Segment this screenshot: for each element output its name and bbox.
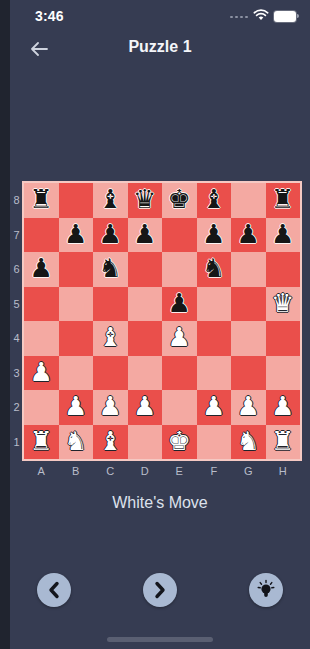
square-h1[interactable]: ♜: [266, 425, 301, 460]
white-pawn: ♟: [168, 324, 191, 350]
square-h2[interactable]: ♟: [266, 390, 301, 425]
square-a2[interactable]: [24, 390, 59, 425]
square-d5[interactable]: [128, 287, 163, 322]
file-label-h: H: [266, 465, 301, 477]
chess-board: ♜♝♛♚♝♜♟♟♟♟♟♟♟♞♞♟♛♝♟♟♟♟♟♟♟♟♜♞♝♚♞♜: [22, 181, 302, 461]
board-area: 87654321 ♜♝♛♚♝♜♟♟♟♟♟♟♟♞♞♟♛♝♟♟♟♟♟♟♟♟♜♞♝♚♞…: [10, 181, 310, 477]
square-d8[interactable]: ♛: [128, 183, 163, 218]
square-f4[interactable]: [197, 321, 232, 356]
file-label-d: D: [128, 465, 163, 477]
file-label-e: E: [162, 465, 197, 477]
square-a3[interactable]: ♟: [24, 356, 59, 391]
square-f7[interactable]: ♟: [197, 218, 232, 253]
white-king: ♚: [168, 428, 191, 454]
rank-label-7: 7: [10, 218, 23, 253]
square-e3[interactable]: [162, 356, 197, 391]
square-b3[interactable]: [59, 356, 94, 391]
square-h3[interactable]: [266, 356, 301, 391]
square-d3[interactable]: [128, 356, 163, 391]
battery-icon: [274, 11, 296, 22]
white-bishop: ♝: [99, 324, 122, 350]
file-label-g: G: [231, 465, 266, 477]
square-e5[interactable]: ♟: [162, 287, 197, 322]
square-b5[interactable]: [59, 287, 94, 322]
page-title: Puzzle 1: [10, 38, 310, 56]
previous-move-button[interactable]: [37, 573, 71, 607]
square-h8[interactable]: ♜: [266, 183, 301, 218]
white-pawn: ♟: [30, 359, 53, 385]
square-f5[interactable]: [197, 287, 232, 322]
black-pawn: ♟: [30, 255, 53, 281]
black-pawn: ♟: [133, 221, 156, 247]
black-pawn: ♟: [237, 221, 260, 247]
square-e6[interactable]: [162, 252, 197, 287]
black-knight: ♞: [202, 255, 225, 281]
black-rook: ♜: [30, 186, 53, 212]
white-pawn: ♟: [271, 393, 294, 419]
white-pawn: ♟: [99, 393, 122, 419]
black-pawn: ♟: [202, 221, 225, 247]
black-pawn: ♟: [64, 221, 87, 247]
wifi-icon: [253, 7, 269, 25]
square-a1[interactable]: ♜: [24, 425, 59, 460]
square-f1[interactable]: [197, 425, 232, 460]
rank-label-3: 3: [10, 356, 23, 391]
black-rook: ♜: [271, 186, 294, 212]
square-c6[interactable]: ♞: [93, 252, 128, 287]
square-c7[interactable]: ♟: [93, 218, 128, 253]
square-h5[interactable]: ♛: [266, 287, 301, 322]
white-rook: ♜: [271, 428, 294, 454]
square-a7[interactable]: [24, 218, 59, 253]
square-g2[interactable]: ♟: [231, 390, 266, 425]
square-h4[interactable]: [266, 321, 301, 356]
square-b4[interactable]: [59, 321, 94, 356]
square-c4[interactable]: ♝: [93, 321, 128, 356]
square-b2[interactable]: ♟: [59, 390, 94, 425]
file-label-f: F: [197, 465, 232, 477]
square-f8[interactable]: ♝: [197, 183, 232, 218]
square-g6[interactable]: [231, 252, 266, 287]
chevron-left-icon: [46, 581, 62, 599]
black-pawn: ♟: [271, 221, 294, 247]
hint-button[interactable]: [249, 573, 283, 607]
rank-label-1: 1: [10, 425, 23, 460]
square-h6[interactable]: [266, 252, 301, 287]
rank-label-6: 6: [10, 252, 23, 287]
square-g4[interactable]: [231, 321, 266, 356]
square-b8[interactable]: [59, 183, 94, 218]
status-bar: 3:46: [10, 0, 310, 32]
black-queen: ♛: [133, 186, 156, 212]
square-a6[interactable]: ♟: [24, 252, 59, 287]
white-rook: ♜: [30, 428, 53, 454]
square-h7[interactable]: ♟: [266, 218, 301, 253]
square-c5[interactable]: [93, 287, 128, 322]
black-pawn: ♟: [99, 221, 122, 247]
square-e8[interactable]: ♚: [162, 183, 197, 218]
rank-label-8: 8: [10, 183, 23, 218]
rank-label-4: 4: [10, 321, 23, 356]
square-c8[interactable]: ♝: [93, 183, 128, 218]
file-label-a: A: [24, 465, 59, 477]
square-g8[interactable]: [231, 183, 266, 218]
home-indicator[interactable]: [107, 637, 213, 642]
square-e2[interactable]: [162, 390, 197, 425]
chevron-right-icon: [152, 581, 168, 599]
square-c2[interactable]: ♟: [93, 390, 128, 425]
white-knight: ♞: [237, 428, 260, 454]
square-f6[interactable]: ♞: [197, 252, 232, 287]
square-a8[interactable]: ♜: [24, 183, 59, 218]
move-status-text: White's Move: [10, 494, 310, 512]
clock-time: 3:46: [35, 8, 64, 24]
square-f3[interactable]: [197, 356, 232, 391]
square-c1[interactable]: ♝: [93, 425, 128, 460]
header: Puzzle 1: [10, 36, 310, 62]
white-pawn: ♟: [237, 393, 260, 419]
app-screen: 3:46 Puzzle 1 87654321 ♜♝♛♚♝♜♟♟♟♟♟♟♟♞♞♟♛…: [10, 0, 310, 649]
square-b7[interactable]: ♟: [59, 218, 94, 253]
square-e1[interactable]: ♚: [162, 425, 197, 460]
square-d7[interactable]: ♟: [128, 218, 163, 253]
white-bishop: ♝: [99, 428, 122, 454]
white-knight: ♞: [64, 428, 87, 454]
white-pawn: ♟: [202, 393, 225, 419]
square-g3[interactable]: [231, 356, 266, 391]
white-queen: ♛: [271, 290, 294, 316]
black-bishop: ♝: [202, 186, 225, 212]
square-d1[interactable]: [128, 425, 163, 460]
square-d2[interactable]: ♟: [128, 390, 163, 425]
white-pawn: ♟: [133, 393, 156, 419]
square-b6[interactable]: [59, 252, 94, 287]
square-c3[interactable]: [93, 356, 128, 391]
rank-label-5: 5: [10, 287, 23, 322]
square-g7[interactable]: ♟: [231, 218, 266, 253]
square-g1[interactable]: ♞: [231, 425, 266, 460]
square-a5[interactable]: [24, 287, 59, 322]
black-king: ♚: [168, 186, 191, 212]
file-label-b: B: [59, 465, 94, 477]
file-labels: ABCDEFGH: [24, 461, 300, 477]
square-e7[interactable]: [162, 218, 197, 253]
square-g5[interactable]: [231, 287, 266, 322]
black-bishop: ♝: [99, 186, 122, 212]
controls-bar: [10, 573, 310, 607]
rank-label-2: 2: [10, 390, 23, 425]
white-pawn: ♟: [64, 393, 87, 419]
next-move-button[interactable]: [143, 573, 177, 607]
square-d6[interactable]: [128, 252, 163, 287]
square-b1[interactable]: ♞: [59, 425, 94, 460]
file-label-c: C: [93, 465, 128, 477]
square-e4[interactable]: ♟: [162, 321, 197, 356]
black-knight: ♞: [99, 255, 122, 281]
rank-labels: 87654321: [10, 183, 23, 459]
cellular-signal-icon: [230, 16, 248, 19]
square-f2[interactable]: ♟: [197, 390, 232, 425]
lightbulb-icon: [255, 579, 277, 601]
square-a4[interactable]: [24, 321, 59, 356]
square-d4[interactable]: [128, 321, 163, 356]
black-pawn: ♟: [168, 290, 191, 316]
